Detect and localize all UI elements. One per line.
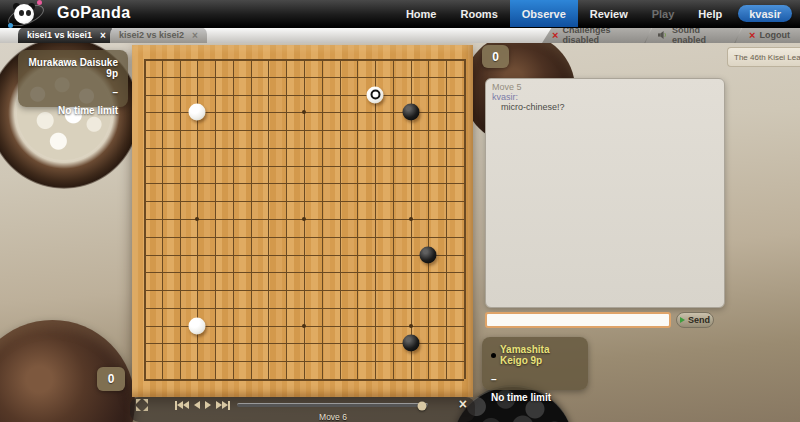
tab-kisei2-vs-kisei2[interactable]: kisei2 vs kisei2 ×: [110, 27, 207, 43]
go-to-end-button[interactable]: [216, 401, 230, 410]
panda-face: [14, 4, 34, 24]
tab-bar: kisei1 vs kisei1 × kisei2 vs kisei2 × × …: [0, 27, 800, 43]
black-stone-Q3: [402, 335, 419, 352]
speaker-icon: [658, 30, 668, 40]
white-stone-D4: [189, 317, 206, 334]
board-grid: [144, 59, 464, 379]
chat-move-line: Move 5: [492, 82, 718, 92]
orbit-dot-blue: [8, 23, 13, 28]
send-button[interactable]: Send: [676, 312, 714, 328]
status-bar: × Challenges disabled Sound enabled × Lo…: [542, 27, 800, 43]
tab-label: kisei1 vs kisei1: [27, 30, 92, 40]
menu-rooms[interactable]: Rooms: [448, 0, 509, 27]
grid-line: [393, 59, 394, 379]
grid-line: [375, 59, 376, 379]
grid-line: [428, 59, 429, 379]
top-menu-bar: GoPanda Home Rooms Observe Review Play H…: [0, 0, 800, 28]
star-point: [302, 324, 306, 328]
black-stone-Q16: [402, 104, 419, 121]
white-player-time: No time limit: [28, 105, 118, 116]
grid-line: [144, 290, 464, 291]
tab-close-icon[interactable]: ×: [192, 30, 198, 41]
white-player-score: –: [28, 87, 118, 98]
grid-line: [144, 237, 464, 238]
panda-eye: [26, 10, 31, 16]
grid-line: [340, 59, 341, 379]
white-player-name: Murakawa Daisuke 9p: [28, 57, 118, 79]
black-player-time: No time limit: [491, 392, 579, 403]
star-point: [302, 110, 306, 114]
black-stone-R8: [420, 246, 437, 263]
move-slider[interactable]: [237, 403, 428, 407]
grid-line: [446, 59, 447, 379]
star-point: [302, 217, 306, 221]
menu-observe[interactable]: Observe: [510, 0, 578, 27]
game-list-entry[interactable]: The 46th Kisei Leagu: [727, 47, 800, 67]
sound-toggle[interactable]: Sound enabled: [648, 25, 738, 45]
challenges-disabled-icon: ×: [552, 30, 558, 41]
white-stone-O17: [367, 86, 384, 103]
challenges-toggle[interactable]: × Challenges disabled: [542, 25, 648, 45]
previous-move-button[interactable]: [194, 401, 200, 409]
grid-line: [144, 361, 464, 362]
go-board[interactable]: [132, 45, 473, 397]
star-point: [195, 217, 199, 221]
white-stone-D16: [189, 104, 206, 121]
grid-line: [144, 255, 464, 256]
fullscreen-icon[interactable]: [136, 399, 148, 411]
menu-user-button[interactable]: kvasir: [738, 5, 792, 22]
black-player-panel: Yamashita Keigo 9p – No time limit: [482, 337, 588, 390]
move-slider-knob[interactable]: [418, 401, 427, 410]
grid-line: [144, 272, 464, 273]
menu-help[interactable]: Help: [686, 0, 734, 27]
playback-control-bar: × Move 6: [130, 397, 475, 422]
next-move-button[interactable]: [205, 401, 211, 409]
white-player-panel: Murakawa Daisuke 9p – No time limit: [18, 50, 128, 107]
orbit-dot-pink: [37, 0, 42, 5]
menu-play: Play: [640, 0, 687, 27]
menu-home[interactable]: Home: [394, 0, 449, 27]
white-captures-badge: 0: [482, 45, 509, 68]
panda-logo-icon: [10, 1, 40, 26]
move-navigation: [175, 398, 230, 412]
go-to-start-button[interactable]: [175, 401, 189, 410]
main-area: The 46th Kisei Leagu Murakawa Daisuke 9p…: [0, 43, 800, 422]
star-point: [409, 217, 413, 221]
grid-line: [322, 59, 323, 379]
grid-line: [144, 308, 464, 309]
app-title: GoPanda: [57, 4, 131, 22]
chat-panel[interactable]: Move 5 kvasir: micro-chinese!?: [485, 78, 725, 308]
send-arrow-icon: [680, 317, 685, 323]
last-move-marker-icon: [370, 90, 380, 100]
close-controls-icon[interactable]: ×: [459, 396, 467, 412]
panda-eye: [19, 10, 24, 16]
grid-line: [144, 379, 464, 381]
grid-line: [464, 59, 466, 379]
tab-close-icon[interactable]: ×: [100, 30, 106, 41]
logout-button[interactable]: × Logout: [739, 30, 800, 41]
grid-line: [357, 59, 358, 379]
black-captures-badge: 0: [97, 367, 125, 391]
logout-icon: ×: [749, 30, 755, 41]
control-row: ×: [130, 397, 475, 413]
chat-username: kvasir:: [492, 92, 718, 102]
black-player-name: Yamashita Keigo 9p: [491, 344, 579, 366]
chat-message: micro-chinese!?: [492, 102, 718, 112]
tab-label: kisei2 vs kisei2: [119, 30, 184, 40]
menu-review[interactable]: Review: [578, 0, 640, 27]
tab-kisei1-vs-kisei1[interactable]: kisei1 vs kisei1 ×: [18, 27, 115, 43]
black-stone-indicator-icon: [491, 353, 496, 358]
main-menu: Home Rooms Observe Review Play Help kvas…: [394, 0, 798, 27]
move-number-label: Move 6: [233, 412, 433, 422]
black-player-score: –: [491, 374, 579, 385]
star-point: [409, 324, 413, 328]
chat-input[interactable]: [485, 312, 671, 328]
gopanda-window: GoPanda Home Rooms Observe Review Play H…: [0, 0, 800, 422]
